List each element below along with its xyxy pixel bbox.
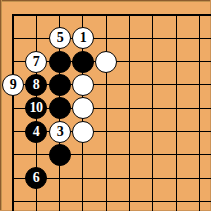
- stone-white-move-3: 3: [49, 121, 71, 143]
- grid-line-horizontal: [12, 201, 211, 202]
- move-number: 3: [57, 125, 64, 139]
- stone-black: [49, 97, 71, 119]
- grid-line-horizontal: [12, 38, 211, 39]
- grid-line-vertical: [129, 14, 130, 211]
- stone-black: [49, 144, 71, 166]
- stone-white: [72, 74, 94, 96]
- grid-line-vertical: [176, 14, 177, 211]
- move-number: 6: [33, 171, 40, 185]
- move-number: 1: [80, 31, 87, 45]
- stone-white-move-5: 5: [49, 27, 71, 49]
- stone-white-move-9: 9: [2, 74, 24, 96]
- grid-line-vertical: [199, 14, 200, 211]
- move-number: 10: [30, 101, 43, 115]
- move-number: 4: [33, 125, 40, 139]
- stone-white-move-7: 7: [25, 51, 47, 73]
- stone-white: [95, 51, 117, 73]
- stone-black-move-10: 10: [25, 97, 47, 119]
- move-number: 9: [10, 78, 17, 92]
- stone-white: [72, 121, 94, 143]
- stone-white-move-1: 1: [72, 27, 94, 49]
- grid-line-vertical: [12, 14, 14, 211]
- stone-black-move-6: 6: [25, 167, 47, 189]
- stone-black-move-8: 8: [25, 74, 47, 96]
- grid-line-vertical: [152, 14, 153, 211]
- go-diagram: 5179810436: [0, 0, 211, 211]
- move-number: 7: [33, 55, 40, 69]
- move-number: 8: [33, 78, 40, 92]
- grid-line-horizontal: [12, 154, 211, 155]
- grid-line-horizontal: [12, 14, 211, 16]
- stone-black: [72, 51, 94, 73]
- stone-black: [49, 74, 71, 96]
- stone-black-move-4: 4: [25, 121, 47, 143]
- stone-white: [72, 97, 94, 119]
- grid-line-vertical: [106, 14, 107, 211]
- move-number: 5: [57, 31, 64, 45]
- go-board: 5179810436: [0, 0, 211, 211]
- stone-black: [49, 51, 71, 73]
